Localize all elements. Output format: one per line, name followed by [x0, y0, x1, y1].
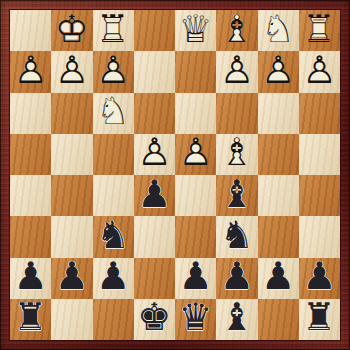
square-h3[interactable]: [10, 93, 51, 134]
square-h6[interactable]: [10, 216, 51, 257]
square-c6[interactable]: ♞: [216, 216, 257, 257]
piece-bP-a7: ♟: [299, 258, 340, 299]
piece-wK-g1: ♚♔: [51, 10, 92, 51]
square-d2[interactable]: [175, 51, 216, 92]
piece-outline-glyph: ♙: [299, 51, 340, 89]
square-d3[interactable]: [175, 93, 216, 134]
square-d4[interactable]: ♟♙: [175, 134, 216, 175]
square-f1[interactable]: ♜♖: [93, 10, 134, 51]
piece-wP-b2: ♟♙: [258, 51, 299, 92]
square-e5[interactable]: ♟: [134, 175, 175, 216]
square-b3[interactable]: [258, 93, 299, 134]
piece-bP-c7: ♟: [216, 258, 257, 299]
square-f7[interactable]: ♟: [93, 258, 134, 299]
square-d6[interactable]: [175, 216, 216, 257]
square-h7[interactable]: ♟: [10, 258, 51, 299]
square-g5[interactable]: [51, 175, 92, 216]
piece-outline-glyph: ♙: [258, 51, 299, 89]
piece-wP-f2: ♟♙: [93, 51, 134, 92]
piece-bP-d7: ♟: [175, 258, 216, 299]
square-a3[interactable]: [299, 93, 340, 134]
square-h1[interactable]: [10, 10, 51, 51]
piece-outline-glyph: ♕: [175, 10, 216, 48]
square-a7[interactable]: ♟: [299, 258, 340, 299]
piece-bQ-d8: ♛: [175, 299, 216, 340]
piece-wN-b1: ♞♘: [258, 10, 299, 51]
piece-outline-glyph: ♘: [93, 93, 134, 131]
square-e7[interactable]: [134, 258, 175, 299]
piece-outline-glyph: ♙: [93, 51, 134, 89]
square-a8[interactable]: ♜: [299, 299, 340, 340]
piece-fill-glyph: ♟: [175, 258, 216, 296]
piece-fill-glyph: ♛: [175, 299, 216, 337]
piece-bP-f7: ♟: [93, 258, 134, 299]
square-c2[interactable]: ♟♙: [216, 51, 257, 92]
piece-bP-h7: ♟: [10, 258, 51, 299]
piece-bB-c8: ♝: [216, 299, 257, 340]
square-a5[interactable]: [299, 175, 340, 216]
piece-bN-c6: ♞: [216, 216, 257, 257]
piece-wP-a2: ♟♙: [299, 51, 340, 92]
piece-fill-glyph: ♟: [93, 258, 134, 296]
square-g8[interactable]: [51, 299, 92, 340]
piece-fill-glyph: ♟: [258, 258, 299, 296]
square-d8[interactable]: ♛: [175, 299, 216, 340]
square-f5[interactable]: [93, 175, 134, 216]
piece-wP-g2: ♟♙: [51, 51, 92, 92]
square-a1[interactable]: ♜♖: [299, 10, 340, 51]
square-c8[interactable]: ♝: [216, 299, 257, 340]
piece-wR-a1: ♜♖: [299, 10, 340, 51]
piece-fill-glyph: ♞: [216, 216, 257, 254]
square-g1[interactable]: ♚♔: [51, 10, 92, 51]
square-g6[interactable]: [51, 216, 92, 257]
square-b6[interactable]: [258, 216, 299, 257]
square-g3[interactable]: [51, 93, 92, 134]
piece-outline-glyph: ♔: [51, 10, 92, 48]
piece-outline-glyph: ♖: [299, 10, 340, 48]
piece-bR-h8: ♜: [10, 299, 51, 340]
piece-outline-glyph: ♙: [134, 134, 175, 172]
piece-fill-glyph: ♟: [51, 258, 92, 296]
piece-fill-glyph: ♝: [216, 299, 257, 337]
square-g2[interactable]: ♟♙: [51, 51, 92, 92]
piece-bN-f6: ♞: [93, 216, 134, 257]
square-g7[interactable]: ♟: [51, 258, 92, 299]
square-h4[interactable]: [10, 134, 51, 175]
square-e4[interactable]: ♟♙: [134, 134, 175, 175]
square-h5[interactable]: [10, 175, 51, 216]
square-e1[interactable]: [134, 10, 175, 51]
piece-wB-c1: ♝♗: [216, 10, 257, 51]
piece-outline-glyph: ♘: [258, 10, 299, 48]
square-c3[interactable]: [216, 93, 257, 134]
square-g4[interactable]: [51, 134, 92, 175]
square-d5[interactable]: [175, 175, 216, 216]
piece-fill-glyph: ♚: [134, 299, 175, 337]
piece-fill-glyph: ♟: [134, 175, 175, 213]
piece-wP-c2: ♟♙: [216, 51, 257, 92]
square-e2[interactable]: [134, 51, 175, 92]
piece-fill-glyph: ♝: [216, 175, 257, 213]
square-c5[interactable]: ♝: [216, 175, 257, 216]
square-c7[interactable]: ♟: [216, 258, 257, 299]
square-b8[interactable]: [258, 299, 299, 340]
piece-wP-d4: ♟♙: [175, 134, 216, 175]
piece-fill-glyph: ♟: [299, 258, 340, 296]
piece-wB-c4: ♝♗: [216, 134, 257, 175]
chess-board: ♚♔♜♖♛♕♝♗♞♘♜♖♟♙♟♙♟♙♟♙♟♙♟♙♞♘♟♙♟♙♝♗♟♝♞♞♟♟♟♟…: [10, 10, 340, 340]
piece-outline-glyph: ♖: [93, 10, 134, 48]
square-a6[interactable]: [299, 216, 340, 257]
square-f8[interactable]: [93, 299, 134, 340]
square-b7[interactable]: ♟: [258, 258, 299, 299]
piece-bB-c5: ♝: [216, 175, 257, 216]
piece-wP-h2: ♟♙: [10, 51, 51, 92]
square-e8[interactable]: ♚: [134, 299, 175, 340]
square-f6[interactable]: ♞: [93, 216, 134, 257]
square-b4[interactable]: [258, 134, 299, 175]
square-a4[interactable]: [299, 134, 340, 175]
square-f4[interactable]: [93, 134, 134, 175]
piece-wQ-d1: ♛♕: [175, 10, 216, 51]
square-f2[interactable]: ♟♙: [93, 51, 134, 92]
square-f3[interactable]: ♞♘: [93, 93, 134, 134]
piece-bR-a8: ♜: [299, 299, 340, 340]
piece-outline-glyph: ♙: [175, 134, 216, 172]
square-e6[interactable]: [134, 216, 175, 257]
square-h2[interactable]: ♟♙: [10, 51, 51, 92]
piece-fill-glyph: ♟: [10, 258, 51, 296]
piece-outline-glyph: ♙: [51, 51, 92, 89]
square-d7[interactable]: ♟: [175, 258, 216, 299]
piece-bP-b7: ♟: [258, 258, 299, 299]
piece-outline-glyph: ♙: [10, 51, 51, 89]
board-frame: ♚♔♜♖♛♕♝♗♞♘♜♖♟♙♟♙♟♙♟♙♟♙♟♙♞♘♟♙♟♙♝♗♟♝♞♞♟♟♟♟…: [0, 0, 350, 350]
piece-fill-glyph: ♞: [93, 216, 134, 254]
piece-fill-glyph: ♟: [216, 258, 257, 296]
piece-bP-g7: ♟: [51, 258, 92, 299]
piece-bP-e5: ♟: [134, 175, 175, 216]
piece-bK-e8: ♚: [134, 299, 175, 340]
square-a2[interactable]: ♟♙: [299, 51, 340, 92]
piece-outline-glyph: ♙: [216, 51, 257, 89]
square-b5[interactable]: [258, 175, 299, 216]
square-c1[interactable]: ♝♗: [216, 10, 257, 51]
square-c4[interactable]: ♝♗: [216, 134, 257, 175]
piece-fill-glyph: ♜: [10, 299, 51, 337]
square-b2[interactable]: ♟♙: [258, 51, 299, 92]
piece-wR-f1: ♜♖: [93, 10, 134, 51]
piece-outline-glyph: ♗: [216, 134, 257, 172]
square-d1[interactable]: ♛♕: [175, 10, 216, 51]
piece-wN-f3: ♞♘: [93, 93, 134, 134]
piece-outline-glyph: ♗: [216, 10, 257, 48]
square-b1[interactable]: ♞♘: [258, 10, 299, 51]
square-e3[interactable]: [134, 93, 175, 134]
piece-fill-glyph: ♜: [299, 299, 340, 337]
square-h8[interactable]: ♜: [10, 299, 51, 340]
piece-wP-e4: ♟♙: [134, 134, 175, 175]
